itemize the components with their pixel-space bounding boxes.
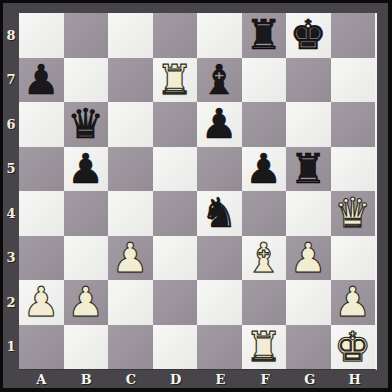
square-h7[interactable] [331, 58, 376, 103]
rank-label-1: 1 [3, 325, 19, 370]
piece-black-pawn[interactable]: ♟ [23, 58, 60, 102]
square-e3[interactable] [197, 236, 242, 281]
square-e6[interactable]: ♟ [197, 102, 242, 147]
piece-black-pawn[interactable]: ♟ [245, 147, 282, 191]
piece-black-rook[interactable]: ♜ [245, 13, 282, 57]
piece-white-king[interactable]: ♚ [334, 325, 371, 369]
square-c8[interactable] [108, 13, 153, 58]
square-f3[interactable]: ♝ [242, 236, 287, 281]
square-c3[interactable]: ♟ [108, 236, 153, 281]
piece-white-pawn[interactable]: ♟ [67, 280, 104, 324]
square-d2[interactable] [153, 280, 198, 325]
square-d4[interactable] [153, 191, 198, 236]
file-label-e: E [198, 370, 243, 388]
piece-black-pawn[interactable]: ♟ [201, 102, 238, 146]
square-b1[interactable] [64, 325, 109, 370]
square-h5[interactable] [331, 147, 376, 192]
piece-black-king[interactable]: ♚ [290, 13, 327, 57]
file-label-a: A [19, 370, 64, 388]
square-d7[interactable]: ♜ [153, 58, 198, 103]
square-g4[interactable] [286, 191, 331, 236]
square-e2[interactable] [197, 280, 242, 325]
rank-label-4: 4 [3, 191, 19, 236]
square-b3[interactable] [64, 236, 109, 281]
file-label-g: G [288, 370, 333, 388]
square-d5[interactable] [153, 147, 198, 192]
square-g8[interactable]: ♚ [286, 13, 331, 58]
rank-label-2: 2 [3, 280, 19, 325]
square-d6[interactable] [153, 102, 198, 147]
rank-label-6: 6 [3, 102, 19, 147]
square-f5[interactable]: ♟ [242, 147, 287, 192]
square-c1[interactable] [108, 325, 153, 370]
file-label-f: F [243, 370, 288, 388]
square-b4[interactable] [64, 191, 109, 236]
square-h2[interactable]: ♟ [331, 280, 376, 325]
piece-black-queen[interactable]: ♛ [67, 102, 104, 146]
square-a6[interactable] [19, 102, 64, 147]
square-d1[interactable] [153, 325, 198, 370]
square-e1[interactable] [197, 325, 242, 370]
square-c7[interactable] [108, 58, 153, 103]
square-a2[interactable]: ♟ [19, 280, 64, 325]
square-c2[interactable] [108, 280, 153, 325]
rank-label-8: 8 [3, 13, 19, 58]
square-h3[interactable] [331, 236, 376, 281]
square-d8[interactable] [153, 13, 198, 58]
square-e7[interactable]: ♝ [197, 58, 242, 103]
square-g2[interactable] [286, 280, 331, 325]
square-a5[interactable] [19, 147, 64, 192]
piece-white-pawn[interactable]: ♟ [290, 236, 327, 280]
chess-board: ♜♚♟♜♝♛♟♟♟♜♞♛♟♝♟♟♟♟♜♚ [19, 13, 377, 370]
piece-black-pawn[interactable]: ♟ [67, 147, 104, 191]
square-g1[interactable] [286, 325, 331, 370]
piece-black-rook[interactable]: ♜ [290, 147, 327, 191]
square-g3[interactable]: ♟ [286, 236, 331, 281]
file-label-d: D [153, 370, 198, 388]
rank-labels: 87654321 [3, 13, 19, 369]
square-a1[interactable] [19, 325, 64, 370]
square-b2[interactable]: ♟ [64, 280, 109, 325]
square-g7[interactable] [286, 58, 331, 103]
piece-white-queen[interactable]: ♛ [334, 191, 371, 235]
square-g6[interactable] [286, 102, 331, 147]
square-f2[interactable] [242, 280, 287, 325]
rank-label-7: 7 [3, 58, 19, 103]
square-b8[interactable] [64, 13, 109, 58]
square-f6[interactable] [242, 102, 287, 147]
square-a4[interactable] [19, 191, 64, 236]
square-d3[interactable] [153, 236, 198, 281]
square-b6[interactable]: ♛ [64, 102, 109, 147]
square-a8[interactable] [19, 13, 64, 58]
piece-white-pawn[interactable]: ♟ [334, 280, 371, 324]
chessboard-window: 87654321 ♜♚♟♜♝♛♟♟♟♜♞♛♟♝♟♟♟♟♜♚ ABCDEFGH [0, 0, 392, 392]
piece-white-pawn[interactable]: ♟ [23, 280, 60, 324]
square-a7[interactable]: ♟ [19, 58, 64, 103]
rank-label-3: 3 [3, 236, 19, 281]
piece-white-bishop[interactable]: ♝ [245, 236, 282, 280]
square-a3[interactable] [19, 236, 64, 281]
square-e8[interactable] [197, 13, 242, 58]
square-b7[interactable] [64, 58, 109, 103]
square-f1[interactable]: ♜ [242, 325, 287, 370]
square-f8[interactable]: ♜ [242, 13, 287, 58]
file-labels: ABCDEFGH [19, 370, 377, 388]
square-h1[interactable]: ♚ [331, 325, 376, 370]
rank-label-5: 5 [3, 147, 19, 192]
square-f4[interactable] [242, 191, 287, 236]
piece-black-bishop[interactable]: ♝ [201, 58, 238, 102]
square-h8[interactable] [331, 13, 376, 58]
piece-white-rook[interactable]: ♜ [156, 58, 193, 102]
square-e4[interactable]: ♞ [197, 191, 242, 236]
piece-black-knight[interactable]: ♞ [201, 191, 238, 235]
square-f7[interactable] [242, 58, 287, 103]
file-label-h: H [332, 370, 377, 388]
square-c5[interactable] [108, 147, 153, 192]
piece-white-rook[interactable]: ♜ [245, 325, 282, 369]
file-label-b: B [64, 370, 109, 388]
square-b5[interactable]: ♟ [64, 147, 109, 192]
square-g5[interactable]: ♜ [286, 147, 331, 192]
piece-white-pawn[interactable]: ♟ [112, 236, 149, 280]
square-e5[interactable] [197, 147, 242, 192]
square-h6[interactable] [331, 102, 376, 147]
square-h4[interactable]: ♛ [331, 191, 376, 236]
square-c4[interactable] [108, 191, 153, 236]
square-c6[interactable] [108, 102, 153, 147]
file-label-c: C [109, 370, 154, 388]
